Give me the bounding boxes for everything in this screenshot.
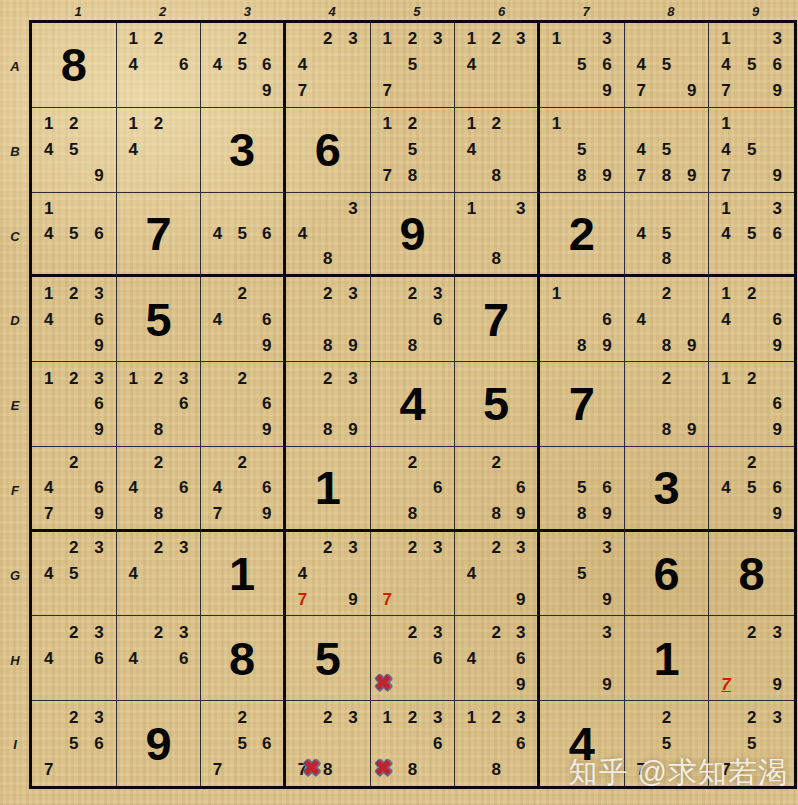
candidate-1: 1 [36, 196, 61, 221]
candidate-3: 3 [340, 280, 365, 306]
row-label-E: E [11, 398, 20, 413]
big-digit: 4 [371, 362, 455, 446]
candidate-7: 7 [713, 671, 739, 697]
cell-B6[interactable]: 1248 [455, 108, 540, 193]
candidate-6: 6 [86, 391, 111, 417]
candidate-1: 1 [459, 704, 484, 730]
big-digit: 3 [625, 447, 709, 529]
candidate-grid: 269 [201, 362, 283, 446]
cell-I2[interactable]: 9 [117, 701, 202, 786]
candidate-8: 8 [484, 757, 509, 783]
candidate-9: 9 [679, 163, 704, 189]
candidate-grid: 234 [117, 532, 201, 616]
candidate-5: 5 [569, 137, 594, 163]
candidate-1: 1 [713, 26, 739, 52]
cell-E7[interactable]: 7 [540, 362, 625, 447]
cell-I3[interactable]: 2567 [201, 701, 286, 786]
candidate-2: 2 [61, 280, 86, 306]
candidate-9: 9 [764, 500, 790, 525]
candidate-grid: 1248 [455, 108, 537, 192]
row-label-A: A [10, 59, 19, 74]
candidate-7: 7 [205, 500, 230, 525]
big-digit: 7 [117, 193, 201, 275]
big-digit: 8 [32, 23, 116, 107]
cell-C2[interactable]: 7 [117, 193, 202, 278]
candidate-8: 8 [146, 417, 171, 443]
cell-B7[interactable]: 1589 [540, 108, 625, 193]
candidate-grid: 1689 [540, 277, 624, 361]
candidate-grid: 13456 [709, 193, 794, 275]
cell-D5[interactable]: 2368 [371, 277, 456, 362]
cell-H8[interactable]: 1 [625, 616, 710, 701]
candidate-2: 2 [739, 704, 765, 730]
cell-A1[interactable]: 8 [32, 23, 117, 108]
big-digit: 7 [540, 362, 624, 446]
candidate-5: 5 [400, 137, 425, 163]
cell-H5[interactable]: 2367✖ [371, 616, 456, 701]
candidate-3: 3 [764, 704, 790, 730]
candidate-2: 2 [230, 450, 255, 475]
candidate-grid: 1269 [709, 362, 794, 446]
candidate-5: 5 [739, 137, 765, 163]
candidate-grid: 24679 [32, 447, 116, 529]
candidate-2: 2 [654, 365, 679, 391]
cell-D6[interactable]: 7 [455, 277, 540, 362]
candidate-8: 8 [569, 163, 594, 189]
column-label-1: 1 [74, 4, 81, 19]
candidate-2: 2 [315, 280, 340, 306]
cell-B2[interactable]: 124 [117, 108, 202, 193]
candidate-1: 1 [459, 26, 484, 52]
candidate-8: 8 [654, 417, 679, 443]
cell-C1[interactable]: 1456 [32, 193, 117, 278]
cell-D3[interactable]: 2469 [201, 277, 286, 362]
cell-B9[interactable]: 14579 [709, 108, 794, 193]
candidate-grid: 2468 [117, 447, 201, 529]
candidate-4: 4 [629, 221, 654, 246]
candidate-2: 2 [739, 619, 765, 645]
candidate-grid: 12357 [371, 23, 455, 107]
candidate-4: 4 [121, 137, 146, 163]
candidate-1: 1 [459, 111, 484, 137]
cell-E6[interactable]: 5 [455, 362, 540, 447]
cell-E3[interactable]: 269 [201, 362, 286, 447]
row-label-B: B [10, 143, 19, 158]
candidate-1: 1 [121, 111, 146, 137]
candidate-6: 6 [86, 306, 111, 332]
cell-I4[interactable]: 2378✖ [286, 701, 371, 786]
candidate-3: 3 [340, 365, 365, 391]
candidate-7: 7 [375, 163, 400, 189]
candidate-grid: 2469 [201, 277, 283, 361]
candidate-8: 8 [400, 163, 425, 189]
column-label-2: 2 [159, 4, 166, 19]
candidate-grid: 5689 [540, 447, 624, 529]
cell-D9[interactable]: 12469 [709, 277, 794, 362]
cell-H7[interactable]: 39 [540, 616, 625, 701]
cell-H4[interactable]: 5 [286, 616, 371, 701]
candidate-8: 8 [569, 332, 594, 358]
candidate-5: 5 [569, 561, 594, 587]
candidate-grid: 138 [455, 193, 537, 275]
candidate-2: 2 [61, 450, 86, 475]
candidate-6: 6 [254, 221, 279, 246]
candidate-2: 2 [146, 450, 171, 475]
candidate-2: 2 [400, 450, 425, 475]
candidate-5: 5 [61, 137, 86, 163]
candidate-5: 5 [230, 52, 255, 78]
candidate-4: 4 [713, 306, 739, 332]
candidate-grid: 12578 [371, 108, 455, 192]
candidate-2: 2 [739, 280, 765, 306]
candidate-3: 3 [86, 365, 111, 391]
candidate-3: 3 [508, 619, 533, 645]
cell-F4[interactable]: 1 [286, 447, 371, 532]
candidate-grid: 2489 [625, 277, 709, 361]
candidate-8: 8 [484, 500, 509, 525]
candidate-4: 4 [459, 645, 484, 671]
big-digit: 7 [455, 277, 537, 361]
candidate-9: 9 [86, 500, 111, 525]
cell-C4[interactable]: 348 [286, 193, 371, 278]
cell-H3[interactable]: 8 [201, 616, 286, 701]
cell-G2[interactable]: 234 [117, 532, 202, 617]
candidate-6: 6 [171, 391, 196, 417]
candidate-2: 2 [484, 704, 509, 730]
candidate-6: 6 [764, 391, 790, 417]
candidate-grid: 237 [371, 532, 455, 616]
cell-A6[interactable]: 1234 [455, 23, 540, 108]
candidate-8: 8 [146, 500, 171, 525]
candidate-3: 3 [764, 26, 790, 52]
candidate-4: 4 [36, 561, 61, 587]
candidate-4: 4 [205, 52, 230, 78]
cell-H1[interactable]: 2346 [32, 616, 117, 701]
candidate-grid: 1589 [540, 108, 624, 192]
big-digit: 8 [709, 532, 794, 616]
row-label-D: D [10, 313, 19, 328]
cell-F3[interactable]: 24679 [201, 447, 286, 532]
cell-C7[interactable]: 2 [540, 193, 625, 278]
candidate-3: 3 [425, 704, 450, 730]
candidate-grid: 12368 [455, 701, 537, 786]
sudoku-board: 8124624569234712357123413569457913456791… [29, 20, 797, 789]
candidate-9: 9 [508, 500, 533, 525]
sudoku-app: 123456789 ABCDEFGHI 81246245692347123571… [0, 0, 798, 805]
candidate-6: 6 [86, 730, 111, 756]
cell-F2[interactable]: 2468 [117, 447, 202, 532]
cell-G8[interactable]: 6 [625, 532, 710, 617]
cell-D1[interactable]: 123469 [32, 277, 117, 362]
candidate-grid: 456 [201, 193, 283, 275]
cell-A4[interactable]: 2347 [286, 23, 371, 108]
candidate-4: 4 [713, 221, 739, 246]
candidate-3: 3 [86, 535, 111, 561]
candidate-9: 9 [594, 671, 619, 697]
candidate-8: 8 [569, 500, 594, 525]
cell-G3[interactable]: 1 [201, 532, 286, 617]
cell-B8[interactable]: 45789 [625, 108, 710, 193]
candidate-4: 4 [713, 52, 739, 78]
candidate-8: 8 [400, 332, 425, 358]
candidate-6: 6 [594, 306, 619, 332]
candidate-9: 9 [86, 417, 111, 443]
candidate-3: 3 [508, 196, 533, 221]
candidate-6: 6 [508, 730, 533, 756]
candidate-5: 5 [61, 730, 86, 756]
candidate-1: 1 [375, 704, 400, 730]
cell-B1[interactable]: 12459 [32, 108, 117, 193]
candidate-5: 5 [654, 137, 679, 163]
candidate-4: 4 [36, 645, 61, 671]
candidate-7: 7 [713, 78, 739, 104]
candidate-grid: 24569 [709, 447, 794, 529]
candidate-3: 3 [594, 619, 619, 645]
cell-A7[interactable]: 13569 [540, 23, 625, 108]
cell-I6[interactable]: 12368 [455, 701, 540, 786]
cell-F8[interactable]: 3 [625, 447, 710, 532]
candidate-9: 9 [764, 671, 790, 697]
candidate-3: 3 [594, 26, 619, 52]
big-digit: 1 [286, 447, 370, 529]
candidate-4: 4 [121, 52, 146, 78]
cell-H6[interactable]: 23469 [455, 616, 540, 701]
candidate-2: 2 [400, 704, 425, 730]
big-digit: 6 [625, 532, 709, 616]
candidate-grid: 1246 [117, 23, 201, 107]
candidate-1: 1 [375, 26, 400, 52]
candidate-9: 9 [340, 417, 365, 443]
cell-F9[interactable]: 24569 [709, 447, 794, 532]
cell-C8[interactable]: 458 [625, 193, 710, 278]
cell-C9[interactable]: 13456 [709, 193, 794, 278]
cell-A5[interactable]: 12357 [371, 23, 456, 108]
candidate-8: 8 [484, 163, 509, 189]
candidate-4: 4 [205, 475, 230, 500]
candidate-grid: 12459 [32, 108, 116, 192]
candidate-grid: 123469 [32, 277, 116, 361]
candidate-5: 5 [654, 52, 679, 78]
candidate-4: 4 [121, 475, 146, 500]
candidate-3: 3 [340, 704, 365, 730]
candidate-9: 9 [254, 332, 279, 358]
candidate-grid: 268 [371, 447, 455, 529]
cell-I1[interactable]: 23567 [32, 701, 117, 786]
candidate-grid: 2397 [709, 616, 794, 700]
candidate-6: 6 [508, 475, 533, 500]
row-label-F: F [11, 483, 19, 498]
cell-D7[interactable]: 1689 [540, 277, 625, 362]
candidate-7: 7 [629, 163, 654, 189]
candidate-2: 2 [146, 111, 171, 137]
candidate-5: 5 [230, 221, 255, 246]
big-digit: 6 [286, 108, 370, 192]
cell-E4[interactable]: 2389 [286, 362, 371, 447]
candidate-9: 9 [594, 78, 619, 104]
candidate-6: 6 [86, 221, 111, 246]
candidate-4: 4 [36, 475, 61, 500]
candidate-4: 4 [629, 52, 654, 78]
candidate-2: 2 [400, 535, 425, 561]
candidate-6: 6 [254, 730, 279, 756]
candidate-8: 8 [654, 163, 679, 189]
candidate-4: 4 [121, 561, 146, 587]
cell-E2[interactable]: 12368 [117, 362, 202, 447]
candidate-8: 8 [315, 246, 340, 271]
cell-I5[interactable]: 12368✖ [371, 701, 456, 786]
candidate-4: 4 [629, 306, 654, 332]
cell-G7[interactable]: 359 [540, 532, 625, 617]
candidate-5: 5 [230, 730, 255, 756]
candidate-grid: 23567 [32, 701, 116, 786]
candidate-7: 7 [290, 78, 315, 104]
cell-H9[interactable]: 2397 [709, 616, 794, 701]
candidate-7: 7 [713, 163, 739, 189]
candidate-grid: 4579 [625, 23, 709, 107]
candidate-grid: 2567 [201, 701, 283, 786]
cell-H2[interactable]: 2346 [117, 616, 202, 701]
cell-G5[interactable]: 237 [371, 532, 456, 617]
cell-A3[interactable]: 24569 [201, 23, 286, 108]
candidate-5: 5 [61, 561, 86, 587]
cell-C5[interactable]: 9 [371, 193, 456, 278]
candidate-grid: 2389 [286, 362, 370, 446]
cell-A8[interactable]: 4579 [625, 23, 710, 108]
candidate-grid: 45789 [625, 108, 709, 192]
big-digit: 3 [201, 108, 283, 192]
candidate-1: 1 [713, 365, 739, 391]
big-digit: 1 [625, 616, 709, 700]
cell-A2[interactable]: 1246 [117, 23, 202, 108]
candidate-3: 3 [425, 619, 450, 645]
candidate-4: 4 [290, 52, 315, 78]
candidate-3: 3 [508, 535, 533, 561]
candidate-2: 2 [400, 280, 425, 306]
cell-G4[interactable]: 23497 [286, 532, 371, 617]
candidate-6: 6 [171, 52, 196, 78]
candidate-7: 7 [629, 78, 654, 104]
cell-F1[interactable]: 24679 [32, 447, 117, 532]
candidate-grid: 2345 [32, 532, 116, 616]
candidate-3: 3 [594, 535, 619, 561]
candidate-1: 1 [544, 26, 569, 52]
candidate-5: 5 [739, 475, 765, 500]
candidate-9: 9 [594, 332, 619, 358]
candidate-3: 3 [764, 196, 790, 221]
big-digit: 1 [201, 532, 283, 616]
candidate-3: 3 [764, 619, 790, 645]
watermark: 知乎 @求知若渴 [569, 753, 789, 793]
candidate-grid: 2347 [286, 23, 370, 107]
candidate-6: 6 [508, 645, 533, 671]
candidate-grid: 2346 [117, 616, 201, 700]
candidate-9: 9 [764, 417, 790, 443]
candidate-2: 2 [61, 365, 86, 391]
candidate-grid: 13569 [540, 23, 624, 107]
candidate-grid: 12369 [32, 362, 116, 446]
cell-D8[interactable]: 2489 [625, 277, 710, 362]
cell-E5[interactable]: 4 [371, 362, 456, 447]
cell-D4[interactable]: 2389 [286, 277, 371, 362]
candidate-2: 2 [315, 704, 340, 730]
cell-F7[interactable]: 5689 [540, 447, 625, 532]
candidate-2: 2 [484, 111, 509, 137]
cell-E1[interactable]: 12369 [32, 362, 117, 447]
cell-B3[interactable]: 3 [201, 108, 286, 193]
candidate-9: 9 [254, 78, 279, 104]
cell-A9[interactable]: 1345679 [709, 23, 794, 108]
cell-B5[interactable]: 12578 [371, 108, 456, 193]
candidate-4: 4 [459, 52, 484, 78]
candidate-4: 4 [36, 306, 61, 332]
candidate-9: 9 [340, 332, 365, 358]
candidate-3: 3 [340, 196, 365, 221]
candidate-3: 3 [171, 535, 196, 561]
cell-G1[interactable]: 2345 [32, 532, 117, 617]
candidate-grid: 12368 [371, 701, 455, 786]
candidate-4: 4 [459, 137, 484, 163]
candidate-grid: 24569 [201, 23, 283, 107]
cell-D2[interactable]: 5 [117, 277, 202, 362]
candidate-8: 8 [400, 757, 425, 783]
candidate-9: 9 [679, 78, 704, 104]
candidate-9: 9 [679, 417, 704, 443]
candidate-2: 2 [61, 535, 86, 561]
candidate-2: 2 [230, 280, 255, 306]
row-label-C: C [10, 228, 19, 243]
cell-C3[interactable]: 456 [201, 193, 286, 278]
candidate-3: 3 [425, 280, 450, 306]
candidate-grid: 2368 [371, 277, 455, 361]
column-label-9: 9 [752, 4, 759, 19]
cell-E8[interactable]: 289 [625, 362, 710, 447]
cell-F6[interactable]: 2689 [455, 447, 540, 532]
candidate-grid: 12368 [117, 362, 201, 446]
candidate-6: 6 [254, 306, 279, 332]
cell-B4[interactable]: 6 [286, 108, 371, 193]
cell-F5[interactable]: 268 [371, 447, 456, 532]
cell-G6[interactable]: 2349 [455, 532, 540, 617]
candidate-5: 5 [569, 475, 594, 500]
cell-G9[interactable]: 8 [709, 532, 794, 617]
column-label-5: 5 [413, 4, 420, 19]
candidate-3: 3 [425, 535, 450, 561]
column-label-3: 3 [244, 4, 251, 19]
candidate-2: 2 [61, 619, 86, 645]
candidate-2: 2 [61, 111, 86, 137]
big-digit: 5 [286, 616, 370, 700]
candidate-2: 2 [315, 26, 340, 52]
candidate-4: 4 [290, 221, 315, 246]
candidate-2: 2 [315, 365, 340, 391]
candidate-7: 7 [36, 757, 61, 783]
candidate-9: 9 [254, 500, 279, 525]
candidate-2: 2 [400, 111, 425, 137]
candidate-8: 8 [654, 332, 679, 358]
candidate-3: 3 [340, 535, 365, 561]
candidate-3: 3 [425, 26, 450, 52]
big-digit: 9 [117, 701, 201, 786]
cell-C6[interactable]: 138 [455, 193, 540, 278]
cell-E9[interactable]: 1269 [709, 362, 794, 447]
candidate-2: 2 [61, 704, 86, 730]
candidate-2: 2 [484, 535, 509, 561]
candidate-2: 2 [739, 450, 765, 475]
candidate-grid: 14579 [709, 108, 794, 192]
candidate-grid: 359 [540, 532, 624, 616]
candidate-7: 7 [375, 78, 400, 104]
candidate-2: 2 [230, 365, 255, 391]
